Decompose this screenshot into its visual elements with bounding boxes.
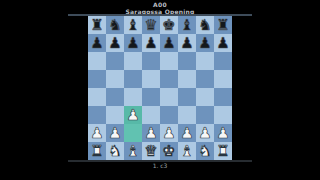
square-b1[interactable]: ♞ [106,142,124,160]
white-rook-icon: ♜ [214,142,232,160]
square-f2[interactable]: ♟ [178,124,196,142]
square-h6[interactable] [214,52,232,70]
square-h4[interactable] [214,88,232,106]
white-queen-icon: ♛ [142,142,160,160]
square-b7[interactable]: ♟ [106,34,124,52]
square-d7[interactable]: ♟ [142,34,160,52]
square-b3[interactable] [106,106,124,124]
square-g8[interactable]: ♞ [196,16,214,34]
square-e5[interactable] [160,70,178,88]
square-e7[interactable]: ♟ [160,34,178,52]
square-b6[interactable] [106,52,124,70]
square-g7[interactable]: ♟ [196,34,214,52]
square-e4[interactable] [160,88,178,106]
square-h8[interactable]: ♜ [214,16,232,34]
square-c6[interactable] [124,52,142,70]
black-pawn-icon: ♟ [214,34,232,52]
square-f5[interactable] [178,70,196,88]
square-f7[interactable]: ♟ [178,34,196,52]
square-b8[interactable]: ♞ [106,16,124,34]
square-a3[interactable] [88,106,106,124]
square-e1[interactable]: ♚ [160,142,178,160]
square-d4[interactable] [142,88,160,106]
square-d2[interactable]: ♟ [142,124,160,142]
white-pawn-icon: ♟ [178,124,196,142]
square-a2[interactable]: ♟ [88,124,106,142]
square-f6[interactable] [178,52,196,70]
black-knight-icon: ♞ [106,16,124,34]
black-queen-icon: ♛ [142,16,160,34]
white-pawn-icon: ♟ [106,124,124,142]
opening-header: A00 Saragossa Opening [0,1,320,15]
white-rook-icon: ♜ [88,142,106,160]
black-rook-icon: ♜ [88,16,106,34]
square-h1[interactable]: ♜ [214,142,232,160]
square-h3[interactable] [214,106,232,124]
chess-board[interactable]: ♜♞♝♛♚♝♞♜♟♟♟♟♟♟♟♟♟♟♟♟♟♟♟♟♜♞♝♛♚♝♞♜ [88,16,232,160]
square-g4[interactable] [196,88,214,106]
square-d3[interactable] [142,106,160,124]
square-c4[interactable] [124,88,142,106]
square-f3[interactable] [178,106,196,124]
square-g1[interactable]: ♞ [196,142,214,160]
white-pawn-icon: ♟ [214,124,232,142]
white-bishop-icon: ♝ [124,142,142,160]
square-f8[interactable]: ♝ [178,16,196,34]
black-pawn-icon: ♟ [178,34,196,52]
square-f1[interactable]: ♝ [178,142,196,160]
square-a4[interactable] [88,88,106,106]
square-c8[interactable]: ♝ [124,16,142,34]
square-b4[interactable] [106,88,124,106]
black-pawn-icon: ♟ [106,34,124,52]
square-f4[interactable] [178,88,196,106]
square-d8[interactable]: ♛ [142,16,160,34]
square-c2[interactable] [124,124,142,142]
square-d5[interactable] [142,70,160,88]
square-h5[interactable] [214,70,232,88]
square-h7[interactable]: ♟ [214,34,232,52]
square-b2[interactable]: ♟ [106,124,124,142]
square-c7[interactable]: ♟ [124,34,142,52]
square-a6[interactable] [88,52,106,70]
square-a5[interactable] [88,70,106,88]
white-knight-icon: ♞ [196,142,214,160]
white-pawn-icon: ♟ [124,106,142,124]
square-a7[interactable]: ♟ [88,34,106,52]
black-bishop-icon: ♝ [178,16,196,34]
square-g2[interactable]: ♟ [196,124,214,142]
square-e6[interactable] [160,52,178,70]
black-pawn-icon: ♟ [160,34,178,52]
square-a8[interactable]: ♜ [88,16,106,34]
square-c5[interactable] [124,70,142,88]
square-c3[interactable]: ♟ [124,106,142,124]
move-list: 1. c3 [0,162,320,169]
white-king-icon: ♚ [160,142,178,160]
square-a1[interactable]: ♜ [88,142,106,160]
square-c1[interactable]: ♝ [124,142,142,160]
black-rook-icon: ♜ [214,16,232,34]
white-pawn-icon: ♟ [88,124,106,142]
square-e8[interactable]: ♚ [160,16,178,34]
square-g5[interactable] [196,70,214,88]
square-g3[interactable] [196,106,214,124]
square-b5[interactable] [106,70,124,88]
white-pawn-icon: ♟ [196,124,214,142]
square-d1[interactable]: ♛ [142,142,160,160]
white-bishop-icon: ♝ [178,142,196,160]
square-h2[interactable]: ♟ [214,124,232,142]
white-pawn-icon: ♟ [160,124,178,142]
eco-code: A00 [0,1,320,8]
square-e3[interactable] [160,106,178,124]
white-knight-icon: ♞ [106,142,124,160]
black-pawn-icon: ♟ [196,34,214,52]
black-pawn-icon: ♟ [124,34,142,52]
black-pawn-icon: ♟ [88,34,106,52]
black-pawn-icon: ♟ [142,34,160,52]
square-g6[interactable] [196,52,214,70]
white-pawn-icon: ♟ [142,124,160,142]
black-king-icon: ♚ [160,16,178,34]
black-knight-icon: ♞ [196,16,214,34]
square-e2[interactable]: ♟ [160,124,178,142]
black-bishop-icon: ♝ [124,16,142,34]
square-d6[interactable] [142,52,160,70]
